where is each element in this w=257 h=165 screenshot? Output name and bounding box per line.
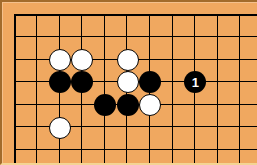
stone-grid: 1 <box>3 3 252 161</box>
white-stone <box>117 49 139 71</box>
white-stone <box>49 49 71 71</box>
black-stone-move-1: 1 <box>184 71 206 93</box>
go-diagram: 1 <box>0 0 257 165</box>
white-stone <box>117 71 139 93</box>
white-stone <box>71 49 93 71</box>
move-number-label: 1 <box>192 76 199 89</box>
black-stone <box>71 71 93 93</box>
black-stone <box>94 94 116 116</box>
black-stone <box>139 71 161 93</box>
black-stone <box>117 94 139 116</box>
white-stone <box>139 94 161 116</box>
white-stone <box>49 117 71 139</box>
black-stone <box>49 71 71 93</box>
